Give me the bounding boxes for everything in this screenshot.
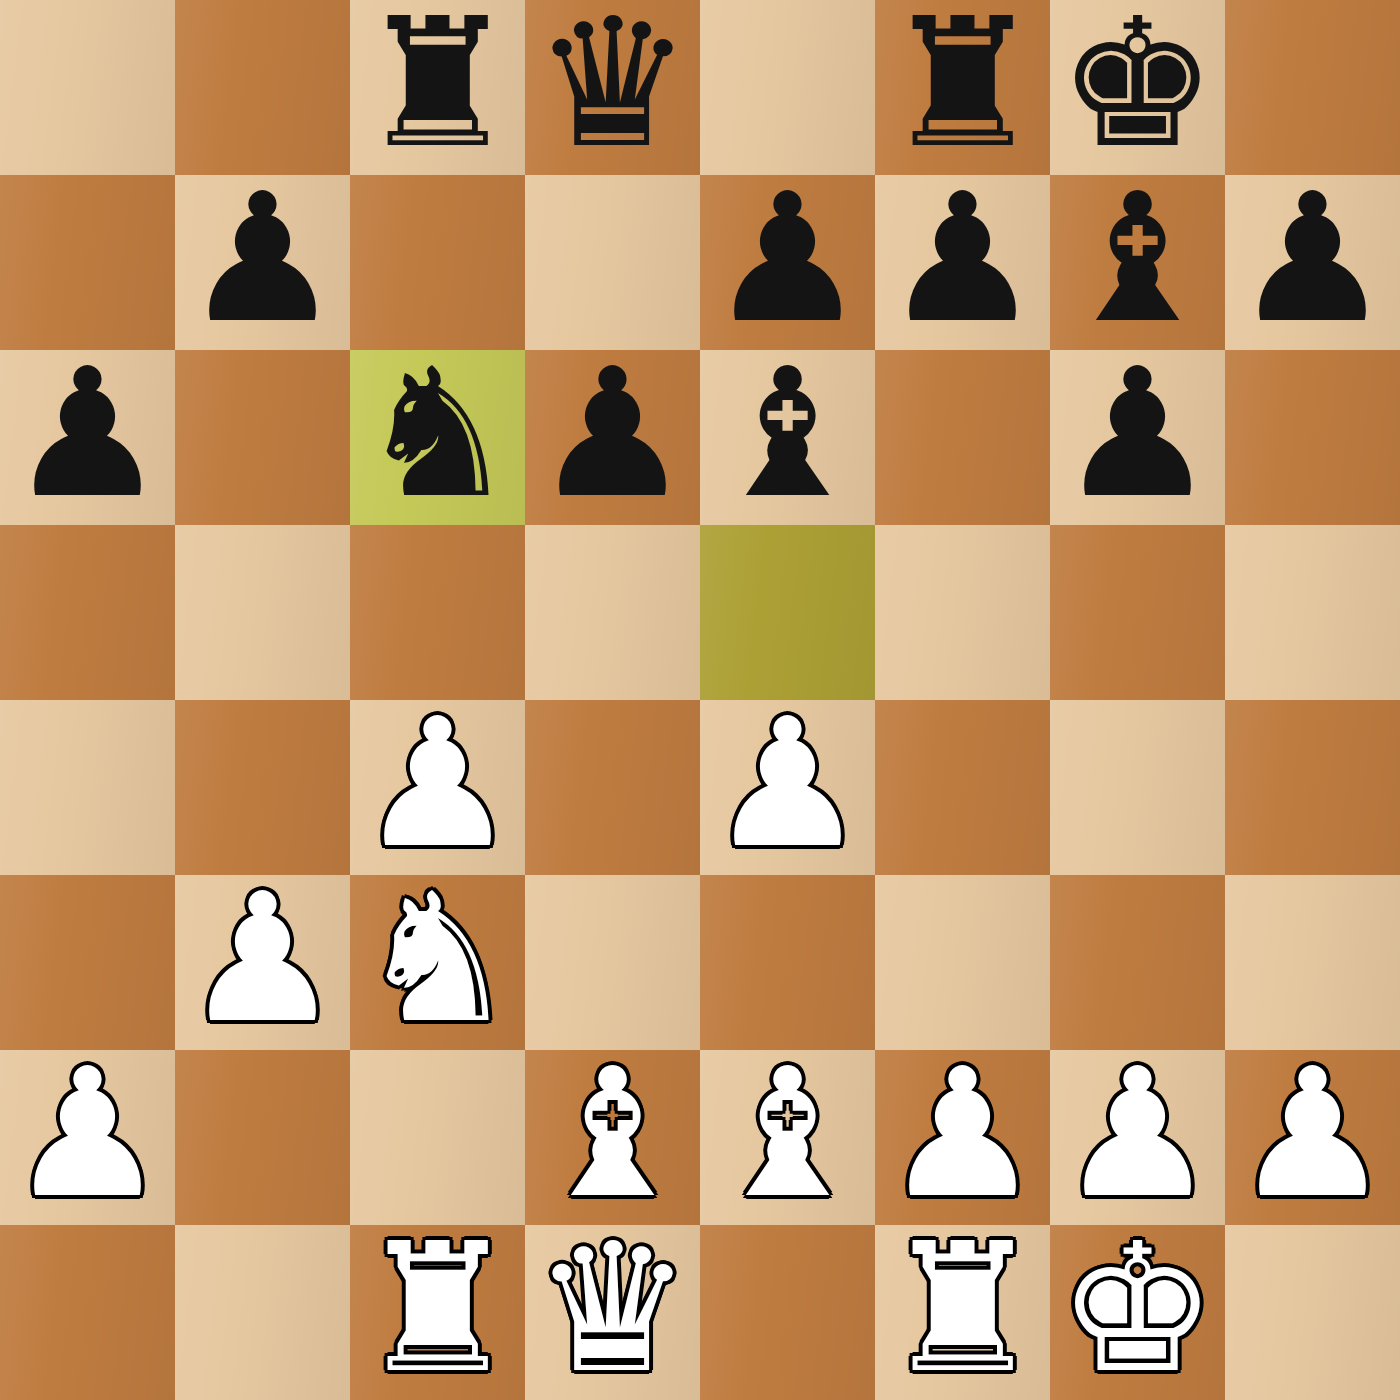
square-e3[interactable] <box>700 875 875 1050</box>
square-a8[interactable] <box>0 0 175 175</box>
square-e4[interactable]: ♟ <box>700 700 875 875</box>
square-g6[interactable]: ♟ <box>1050 350 1225 525</box>
square-f7[interactable]: ♟ <box>875 175 1050 350</box>
square-c1[interactable]: ♜ <box>350 1225 525 1400</box>
square-d3[interactable] <box>525 875 700 1050</box>
square-g3[interactable] <box>1050 875 1225 1050</box>
square-d7[interactable] <box>525 175 700 350</box>
square-d8[interactable]: ♛ <box>525 0 700 175</box>
square-b3[interactable]: ♟ <box>175 875 350 1050</box>
piece-white-rook[interactable]: ♜ <box>883 1225 1043 1396</box>
square-b7[interactable]: ♟ <box>175 175 350 350</box>
square-e2[interactable]: ♝ <box>700 1050 875 1225</box>
chess-board: ♜♛♜♚♟♟♟♝♟♟♞♟♝♟♟♟♟♞♟♝♝♟♟♟♜♛♜♚ <box>0 0 1400 1400</box>
piece-black-king[interactable]: ♚ <box>1058 0 1218 171</box>
square-a5[interactable] <box>0 525 175 700</box>
piece-black-pawn[interactable]: ♟ <box>533 350 693 521</box>
square-f3[interactable] <box>875 875 1050 1050</box>
piece-white-rook[interactable]: ♜ <box>358 1225 518 1396</box>
square-a7[interactable] <box>0 175 175 350</box>
square-h7[interactable]: ♟ <box>1225 175 1400 350</box>
piece-black-pawn[interactable]: ♟ <box>708 175 868 346</box>
square-h8[interactable] <box>1225 0 1400 175</box>
piece-white-pawn[interactable]: ♟ <box>883 1050 1043 1221</box>
square-b8[interactable] <box>175 0 350 175</box>
square-b6[interactable] <box>175 350 350 525</box>
square-c8[interactable]: ♜ <box>350 0 525 175</box>
piece-white-bishop[interactable]: ♝ <box>708 1050 868 1221</box>
square-a3[interactable] <box>0 875 175 1050</box>
square-g1[interactable]: ♚ <box>1050 1225 1225 1400</box>
square-e6[interactable]: ♝ <box>700 350 875 525</box>
square-h4[interactable] <box>1225 700 1400 875</box>
piece-black-pawn[interactable]: ♟ <box>883 175 1043 346</box>
square-e1[interactable] <box>700 1225 875 1400</box>
square-f6[interactable] <box>875 350 1050 525</box>
square-h5[interactable] <box>1225 525 1400 700</box>
piece-white-pawn[interactable]: ♟ <box>358 700 518 871</box>
square-b4[interactable] <box>175 700 350 875</box>
piece-black-pawn[interactable]: ♟ <box>1058 350 1218 521</box>
piece-black-pawn[interactable]: ♟ <box>8 350 168 521</box>
square-g4[interactable] <box>1050 700 1225 875</box>
square-c5[interactable] <box>350 525 525 700</box>
square-b2[interactable] <box>175 1050 350 1225</box>
piece-white-knight[interactable]: ♞ <box>358 875 518 1046</box>
piece-black-rook[interactable]: ♜ <box>883 0 1043 171</box>
square-c2[interactable] <box>350 1050 525 1225</box>
square-e5[interactable] <box>700 525 875 700</box>
square-d1[interactable]: ♛ <box>525 1225 700 1400</box>
square-f5[interactable] <box>875 525 1050 700</box>
square-h2[interactable]: ♟ <box>1225 1050 1400 1225</box>
square-e8[interactable] <box>700 0 875 175</box>
square-f2[interactable]: ♟ <box>875 1050 1050 1225</box>
piece-white-king[interactable]: ♚ <box>1058 1225 1218 1396</box>
piece-black-knight[interactable]: ♞ <box>358 350 518 521</box>
piece-white-bishop[interactable]: ♝ <box>533 1050 693 1221</box>
square-f4[interactable] <box>875 700 1050 875</box>
piece-white-pawn[interactable]: ♟ <box>183 875 343 1046</box>
square-a4[interactable] <box>0 700 175 875</box>
piece-black-queen[interactable]: ♛ <box>533 0 693 171</box>
square-c3[interactable]: ♞ <box>350 875 525 1050</box>
square-e7[interactable]: ♟ <box>700 175 875 350</box>
square-d4[interactable] <box>525 700 700 875</box>
square-a1[interactable] <box>0 1225 175 1400</box>
square-a2[interactable]: ♟ <box>0 1050 175 1225</box>
piece-black-pawn[interactable]: ♟ <box>183 175 343 346</box>
square-g7[interactable]: ♝ <box>1050 175 1225 350</box>
piece-white-pawn[interactable]: ♟ <box>1233 1050 1393 1221</box>
square-g2[interactable]: ♟ <box>1050 1050 1225 1225</box>
piece-white-pawn[interactable]: ♟ <box>708 700 868 871</box>
square-d2[interactable]: ♝ <box>525 1050 700 1225</box>
square-h1[interactable] <box>1225 1225 1400 1400</box>
square-f8[interactable]: ♜ <box>875 0 1050 175</box>
piece-black-bishop[interactable]: ♝ <box>1058 175 1218 346</box>
square-g5[interactable] <box>1050 525 1225 700</box>
piece-white-pawn[interactable]: ♟ <box>8 1050 168 1221</box>
square-b5[interactable] <box>175 525 350 700</box>
square-g8[interactable]: ♚ <box>1050 0 1225 175</box>
piece-white-pawn[interactable]: ♟ <box>1058 1050 1218 1221</box>
square-a6[interactable]: ♟ <box>0 350 175 525</box>
square-c7[interactable] <box>350 175 525 350</box>
square-c4[interactable]: ♟ <box>350 700 525 875</box>
piece-black-rook[interactable]: ♜ <box>358 0 518 171</box>
square-f1[interactable]: ♜ <box>875 1225 1050 1400</box>
piece-white-queen[interactable]: ♛ <box>533 1225 693 1396</box>
square-h6[interactable] <box>1225 350 1400 525</box>
piece-black-bishop[interactable]: ♝ <box>708 350 868 521</box>
square-c6[interactable]: ♞ <box>350 350 525 525</box>
piece-black-pawn[interactable]: ♟ <box>1233 175 1393 346</box>
square-b1[interactable] <box>175 1225 350 1400</box>
square-d5[interactable] <box>525 525 700 700</box>
square-h3[interactable] <box>1225 875 1400 1050</box>
square-d6[interactable]: ♟ <box>525 350 700 525</box>
